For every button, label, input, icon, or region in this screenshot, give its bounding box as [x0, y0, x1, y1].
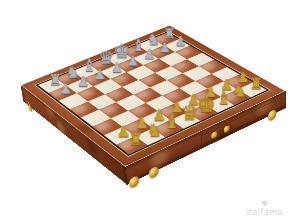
ball-foot: [148, 165, 159, 180]
silver-pawn: ♟: [43, 82, 88, 96]
watermark-text: italfama: [246, 208, 283, 217]
chess-board-box: ♜♞♝♛♚♝♞♜♟♟♟♟♟♟♟♟♟♟♟♟♟♟♟♟♜♞♝♛♚♝♞♜: [21, 25, 285, 166]
watermark: ✾ italfama: [246, 200, 283, 217]
ball-foot: [26, 100, 33, 113]
chess-set-photo: ♜♞♝♛♚♝♞♜♟♟♟♟♟♟♟♟♟♟♟♟♟♟♟♟♜♞♝♛♚♝♞♜ ✾ italf…: [0, 0, 290, 221]
gold-rook: ♜: [111, 132, 160, 148]
watermark-logo-icon: ✾: [246, 200, 283, 208]
ball-foot: [128, 175, 139, 190]
